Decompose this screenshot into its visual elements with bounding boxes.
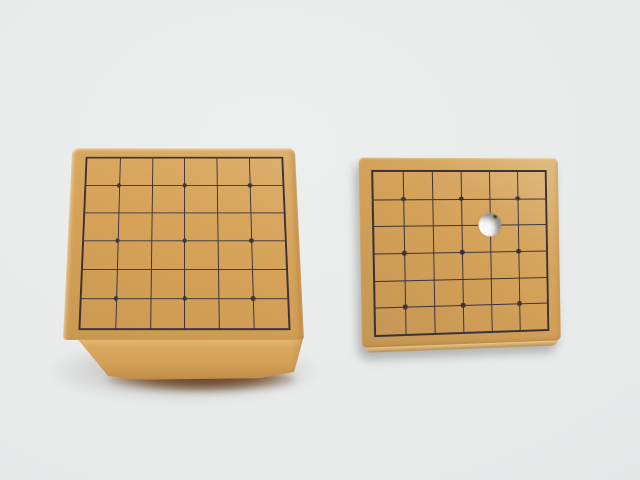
- grid-cell: [489, 172, 517, 198]
- box-top-face: [63, 148, 304, 340]
- grid-cell: [118, 212, 152, 240]
- grid-cell: [80, 298, 115, 328]
- grid-cell: [84, 212, 118, 240]
- grid-cell: [184, 212, 217, 240]
- hoshi-point: [515, 196, 519, 200]
- grid-cell: [150, 269, 184, 298]
- hoshi-point: [248, 183, 252, 187]
- go-board-grid-left: [78, 157, 290, 330]
- grid-cell: [518, 251, 546, 278]
- grid-cell: [491, 277, 519, 304]
- grid-cell: [119, 158, 152, 185]
- hoshi-point: [249, 238, 253, 242]
- grid-cell: [184, 240, 218, 269]
- grid-cell: [151, 240, 185, 269]
- grid-cell: [83, 240, 118, 269]
- grid-cell: [433, 252, 462, 279]
- hoshi-point: [182, 296, 186, 300]
- grid-cell: [518, 224, 546, 251]
- grid-cell: [375, 280, 405, 308]
- grid-cell: [115, 298, 150, 328]
- grid-cell: [116, 269, 151, 298]
- hoshi-point: [182, 183, 186, 187]
- grid-cell: [85, 185, 119, 212]
- grid-cell: [517, 172, 545, 198]
- grid-cell: [252, 269, 287, 298]
- grid-cell: [375, 253, 405, 281]
- photo-stage: [0, 0, 640, 480]
- grid-cell: [86, 158, 119, 185]
- grid-cell: [218, 269, 253, 298]
- grid-cell: [251, 212, 285, 240]
- grid-cell: [519, 277, 547, 304]
- grid-cell: [374, 226, 404, 254]
- grid-cell: [432, 199, 461, 226]
- grid-cell: [405, 306, 435, 334]
- grid-cell: [434, 305, 463, 333]
- hoshi-point: [517, 301, 521, 306]
- grid-cell: [184, 158, 217, 185]
- hoshi-point: [117, 183, 121, 187]
- grid-cell: [118, 185, 151, 212]
- grid-cell: [184, 298, 219, 328]
- grid-cell: [404, 252, 434, 280]
- grid-cell: [373, 172, 403, 199]
- grid-cell: [490, 251, 518, 278]
- hoshi-point: [115, 238, 119, 242]
- finger-hole: [478, 213, 501, 236]
- grid-cell: [405, 279, 435, 307]
- hoshi-point: [516, 249, 520, 254]
- grid-cell: [217, 158, 250, 185]
- grid-cell: [404, 226, 434, 253]
- grid-cell: [218, 212, 252, 240]
- grid-cell: [461, 172, 490, 199]
- grid-cell: [462, 278, 491, 305]
- grid-cell: [250, 185, 284, 212]
- lid-goban-right: [359, 158, 561, 353]
- grid-cell: [374, 199, 404, 226]
- go-board-grid-right: [371, 170, 549, 337]
- grid-cell: [251, 240, 286, 269]
- grid-cell: [249, 158, 282, 185]
- hoshi-point: [460, 250, 465, 255]
- grid-cell: [152, 158, 185, 185]
- hoshi-point: [403, 305, 408, 310]
- box-goban-left: [62, 130, 305, 402]
- hoshi-point: [461, 303, 466, 308]
- hoshi-point: [459, 196, 464, 201]
- hoshi-point: [251, 296, 256, 300]
- hoshi-point: [114, 296, 119, 300]
- grid-cell: [519, 303, 547, 330]
- grid-cell: [432, 172, 461, 199]
- grid-cell: [117, 240, 151, 269]
- grid-cell: [253, 298, 289, 328]
- grid-cell: [184, 269, 218, 298]
- grid-cell: [462, 251, 491, 278]
- grid-cell: [403, 199, 433, 226]
- grid-cell: [463, 304, 492, 331]
- hoshi-point: [182, 238, 186, 242]
- grid-cell: [218, 240, 252, 269]
- lid-top-face: [359, 158, 561, 348]
- grid-cell: [403, 172, 433, 199]
- hoshi-point: [402, 251, 407, 256]
- grid-cell: [376, 307, 406, 335]
- grid-cell: [150, 298, 185, 328]
- grid-cell: [434, 279, 463, 306]
- grid-cell: [82, 269, 117, 298]
- grid-cell: [491, 304, 519, 331]
- grid-cell: [219, 298, 254, 328]
- grid-cell: [433, 225, 462, 252]
- grid-cell: [151, 185, 184, 212]
- hoshi-point: [401, 197, 406, 202]
- grid-cell: [517, 198, 545, 225]
- grid-cell: [151, 212, 184, 240]
- grid-cell: [184, 185, 217, 212]
- grid-cell: [217, 185, 250, 212]
